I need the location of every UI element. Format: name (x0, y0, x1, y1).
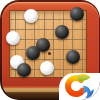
grid-line-vertical (63, 11, 64, 77)
tencent-games-logo (59, 73, 100, 100)
grid-line-vertical (72, 11, 73, 77)
star-point (48, 52, 51, 55)
grid-line-vertical (82, 11, 83, 77)
logo-badge (59, 73, 100, 100)
go-app-icon[interactable] (0, 0, 100, 100)
grid-line-horizontal (10, 29, 86, 30)
